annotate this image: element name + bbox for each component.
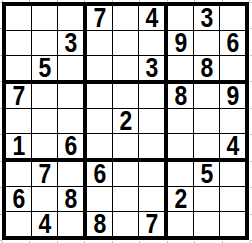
- cell-r5c3[interactable]: [58, 109, 87, 134]
- cell-r5c8[interactable]: [194, 109, 220, 134]
- cell-r4c7[interactable]: 8: [168, 84, 194, 109]
- cell-r9c9[interactable]: [220, 212, 245, 236]
- given-digit: 3: [64, 31, 77, 56]
- cell-r1c2[interactable]: [32, 6, 58, 31]
- cell-r3c2[interactable]: 5: [32, 56, 58, 84]
- cell-r7c2[interactable]: 7: [32, 162, 58, 187]
- cell-r7c5[interactable]: [113, 162, 139, 187]
- cell-r6c3[interactable]: 6: [58, 134, 87, 162]
- cell-r2c4[interactable]: [87, 31, 113, 56]
- cell-r6c2[interactable]: [32, 134, 58, 162]
- cell-r7c3[interactable]: [58, 162, 87, 187]
- cell-r5c6[interactable]: [139, 109, 168, 134]
- cell-r7c8[interactable]: 5: [194, 162, 220, 187]
- given-digit: 8: [174, 84, 187, 109]
- cell-r2c3[interactable]: 3: [58, 31, 87, 56]
- cell-r8c2[interactable]: [32, 187, 58, 212]
- gridline-tick: [250, 214, 252, 215]
- gridline-tick: [250, 108, 252, 109]
- cell-r3c3[interactable]: [58, 56, 87, 84]
- cell-r3c6[interactable]: 3: [139, 56, 168, 84]
- cell-r7c9[interactable]: [220, 162, 245, 187]
- cell-r5c1[interactable]: [6, 109, 32, 134]
- cell-r3c5[interactable]: [113, 56, 139, 84]
- given-digit: 3: [145, 56, 158, 83]
- cell-r9c2[interactable]: 4: [32, 212, 58, 236]
- cell-r3c8[interactable]: 8: [194, 56, 220, 84]
- cell-r1c1[interactable]: [6, 6, 32, 31]
- given-digit: 6: [12, 187, 25, 212]
- gridline-tick: [249, 0, 250, 2]
- gridline-tick: [250, 161, 252, 162]
- cell-r4c5[interactable]: [113, 84, 139, 109]
- cell-r1c3[interactable]: [58, 6, 87, 31]
- cell-r4c8[interactable]: [194, 84, 220, 109]
- given-digit: 3: [200, 6, 213, 31]
- cell-r2c6[interactable]: [139, 31, 168, 56]
- cell-r5c4[interactable]: [87, 109, 113, 134]
- gridline-tick: [0, 240, 2, 241]
- cell-r4c1[interactable]: 7: [6, 84, 32, 109]
- cell-r4c2[interactable]: [32, 84, 58, 109]
- cell-r8c9[interactable]: [220, 187, 245, 212]
- cell-r3c4[interactable]: [87, 56, 113, 84]
- cell-r4c3[interactable]: [58, 84, 87, 109]
- cell-r2c5[interactable]: [113, 31, 139, 56]
- given-digit: 7: [93, 6, 106, 31]
- gridline-tick: [250, 81, 252, 82]
- cell-r4c9[interactable]: 9: [220, 84, 245, 109]
- cell-r2c9[interactable]: 6: [220, 31, 245, 56]
- sudoku-board: 7433965387892164765682487: [2, 2, 249, 240]
- gridline-tick: [250, 240, 252, 241]
- cell-r2c7[interactable]: 9: [168, 31, 194, 56]
- given-digit: 7: [12, 84, 25, 109]
- cell-r8c5[interactable]: [113, 187, 139, 212]
- cell-r5c7[interactable]: [168, 109, 194, 134]
- given-digit: 6: [64, 134, 77, 161]
- cell-r1c4[interactable]: 7: [87, 6, 113, 31]
- gridline-tick: [250, 187, 252, 188]
- given-digit: 6: [93, 162, 106, 187]
- gridline-tick: [250, 134, 252, 135]
- cell-r5c2[interactable]: [32, 109, 58, 134]
- cell-r9c5[interactable]: [113, 212, 139, 236]
- sudoku-image: 7433965387892164765682487: [0, 0, 252, 243]
- given-digit: 7: [145, 212, 158, 236]
- cell-r7c4[interactable]: 6: [87, 162, 113, 187]
- cell-r8c1[interactable]: 6: [6, 187, 32, 212]
- cell-r3c7[interactable]: [168, 56, 194, 84]
- cell-r6c1[interactable]: 1: [6, 134, 32, 162]
- cell-r6c6[interactable]: [139, 134, 168, 162]
- cell-r2c2[interactable]: [32, 31, 58, 56]
- cell-r6c4[interactable]: [87, 134, 113, 162]
- given-digit: 4: [38, 212, 51, 236]
- gridline-tick: [250, 28, 252, 29]
- cell-r2c8[interactable]: [194, 31, 220, 56]
- given-digit: 7: [38, 162, 51, 187]
- cell-r6c7[interactable]: [168, 134, 194, 162]
- cell-r1c6[interactable]: 4: [139, 6, 168, 31]
- cell-r5c9[interactable]: [220, 109, 245, 134]
- given-digit: 1: [12, 134, 25, 161]
- given-digit: 4: [145, 6, 158, 31]
- cell-r9c3[interactable]: [58, 212, 87, 236]
- cell-r7c1[interactable]: [6, 162, 32, 187]
- cell-r9c1[interactable]: [6, 212, 32, 236]
- gridline-tick: [250, 2, 252, 3]
- cell-r3c1[interactable]: [6, 56, 32, 84]
- cell-r3c9[interactable]: [220, 56, 245, 84]
- cell-r4c4[interactable]: [87, 84, 113, 109]
- cell-r1c9[interactable]: [220, 6, 245, 31]
- cell-r8c6[interactable]: [139, 187, 168, 212]
- cell-r9c7[interactable]: [168, 212, 194, 236]
- cell-r8c3[interactable]: 8: [58, 187, 87, 212]
- cell-r6c5[interactable]: [113, 134, 139, 162]
- cell-r1c7[interactable]: [168, 6, 194, 31]
- cell-r9c8[interactable]: [194, 212, 220, 236]
- cell-r8c7[interactable]: 2: [168, 187, 194, 212]
- cell-r6c8[interactable]: [194, 134, 220, 162]
- cell-r1c8[interactable]: 3: [194, 6, 220, 31]
- cell-r8c4[interactable]: [87, 187, 113, 212]
- given-digit: 2: [174, 187, 187, 212]
- cell-r9c6[interactable]: 7: [139, 212, 168, 236]
- given-digit: 5: [200, 162, 213, 187]
- given-digit: 6: [226, 31, 239, 56]
- cell-r6c9[interactable]: 4: [220, 134, 245, 162]
- given-digit: 8: [93, 212, 106, 236]
- cell-r8c8[interactable]: [194, 187, 220, 212]
- given-digit: 5: [38, 56, 51, 83]
- given-digit: 9: [174, 31, 187, 56]
- given-digit: 4: [226, 134, 239, 161]
- cell-r1c5[interactable]: [113, 6, 139, 31]
- given-digit: 9: [226, 84, 239, 109]
- cell-r9c4[interactable]: 8: [87, 212, 113, 236]
- cell-r5c5[interactable]: 2: [113, 109, 139, 134]
- cell-r7c6[interactable]: [139, 162, 168, 187]
- cell-r7c7[interactable]: [168, 162, 194, 187]
- given-digit: 8: [64, 187, 77, 212]
- cell-r4c6[interactable]: [139, 84, 168, 109]
- cell-r2c1[interactable]: [6, 31, 32, 56]
- given-digit: 2: [119, 109, 132, 134]
- given-digit: 8: [200, 56, 213, 83]
- gridline-tick: [250, 55, 252, 56]
